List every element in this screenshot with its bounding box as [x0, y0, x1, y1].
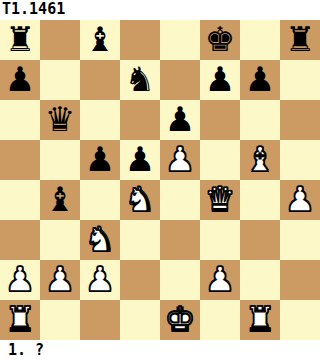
square-e3[interactable]: [160, 220, 200, 260]
square-a2[interactable]: ♟: [0, 260, 40, 300]
square-d4[interactable]: ♞: [120, 180, 160, 220]
black-pawn-piece: ♟: [165, 99, 195, 139]
square-e6[interactable]: ♟: [160, 100, 200, 140]
square-f5[interactable]: [200, 140, 240, 180]
black-queen-piece: ♛: [45, 99, 75, 139]
square-b6[interactable]: ♛: [40, 100, 80, 140]
square-a5[interactable]: [0, 140, 40, 180]
move-prompt: 1. ?: [0, 340, 320, 360]
black-king-piece: ♚: [205, 19, 235, 59]
square-e8[interactable]: [160, 20, 200, 60]
square-h3[interactable]: [280, 220, 320, 260]
square-f6[interactable]: [200, 100, 240, 140]
square-e2[interactable]: [160, 260, 200, 300]
white-pawn-piece: ♟: [85, 259, 115, 299]
white-king-piece: ♚: [165, 299, 195, 339]
square-h6[interactable]: [280, 100, 320, 140]
black-rook-piece: ♜: [5, 19, 35, 59]
white-knight-piece: ♞: [125, 179, 155, 219]
square-d8[interactable]: [120, 20, 160, 60]
square-g3[interactable]: [240, 220, 280, 260]
black-knight-piece: ♞: [125, 59, 155, 99]
square-c1[interactable]: [80, 300, 120, 340]
white-rook-piece: ♜: [5, 299, 35, 339]
square-c6[interactable]: [80, 100, 120, 140]
black-pawn-piece: ♟: [245, 59, 275, 99]
chess-board: ♜♝♚♜♟♞♟♟♛♟♟♟♟♝♝♞♛♟♞♟♟♟♟♜♚♜: [0, 20, 320, 340]
square-b8[interactable]: [40, 20, 80, 60]
square-f2[interactable]: ♟: [200, 260, 240, 300]
square-a7[interactable]: ♟: [0, 60, 40, 100]
square-c4[interactable]: [80, 180, 120, 220]
square-c3[interactable]: ♞: [80, 220, 120, 260]
square-d1[interactable]: [120, 300, 160, 340]
square-g5[interactable]: ♝: [240, 140, 280, 180]
square-a4[interactable]: [0, 180, 40, 220]
square-e4[interactable]: [160, 180, 200, 220]
white-pawn-piece: ♟: [285, 179, 315, 219]
square-g6[interactable]: [240, 100, 280, 140]
square-b1[interactable]: [40, 300, 80, 340]
square-g1[interactable]: ♜: [240, 300, 280, 340]
white-pawn-piece: ♟: [45, 259, 75, 299]
black-pawn-piece: ♟: [85, 139, 115, 179]
black-rook-piece: ♜: [285, 19, 315, 59]
white-pawn-piece: ♟: [5, 259, 35, 299]
puzzle-title: T1.1461: [0, 0, 320, 20]
square-h8[interactable]: ♜: [280, 20, 320, 60]
white-bishop-piece: ♝: [245, 139, 275, 179]
square-d6[interactable]: [120, 100, 160, 140]
square-b4[interactable]: ♝: [40, 180, 80, 220]
white-pawn-piece: ♟: [165, 139, 195, 179]
black-pawn-piece: ♟: [125, 139, 155, 179]
square-g2[interactable]: [240, 260, 280, 300]
black-bishop-piece: ♝: [45, 179, 75, 219]
square-a3[interactable]: [0, 220, 40, 260]
square-b2[interactable]: ♟: [40, 260, 80, 300]
square-d2[interactable]: [120, 260, 160, 300]
square-a8[interactable]: ♜: [0, 20, 40, 60]
square-f3[interactable]: [200, 220, 240, 260]
white-pawn-piece: ♟: [205, 259, 235, 299]
black-pawn-piece: ♟: [5, 59, 35, 99]
square-h5[interactable]: [280, 140, 320, 180]
white-rook-piece: ♜: [245, 299, 275, 339]
square-f8[interactable]: ♚: [200, 20, 240, 60]
square-b7[interactable]: [40, 60, 80, 100]
square-d3[interactable]: [120, 220, 160, 260]
square-f1[interactable]: [200, 300, 240, 340]
square-h1[interactable]: [280, 300, 320, 340]
square-g4[interactable]: [240, 180, 280, 220]
white-knight-piece: ♞: [85, 219, 115, 259]
square-c8[interactable]: ♝: [80, 20, 120, 60]
square-d5[interactable]: ♟: [120, 140, 160, 180]
square-d7[interactable]: ♞: [120, 60, 160, 100]
square-c7[interactable]: [80, 60, 120, 100]
square-b5[interactable]: [40, 140, 80, 180]
white-queen-piece: ♛: [205, 179, 235, 219]
square-h7[interactable]: [280, 60, 320, 100]
square-f4[interactable]: ♛: [200, 180, 240, 220]
square-c5[interactable]: ♟: [80, 140, 120, 180]
square-e1[interactable]: ♚: [160, 300, 200, 340]
square-a6[interactable]: [0, 100, 40, 140]
square-g8[interactable]: [240, 20, 280, 60]
square-e7[interactable]: [160, 60, 200, 100]
square-h2[interactable]: [280, 260, 320, 300]
square-a1[interactable]: ♜: [0, 300, 40, 340]
square-c2[interactable]: ♟: [80, 260, 120, 300]
square-b3[interactable]: [40, 220, 80, 260]
black-bishop-piece: ♝: [85, 19, 115, 59]
square-f7[interactable]: ♟: [200, 60, 240, 100]
square-e5[interactable]: ♟: [160, 140, 200, 180]
square-g7[interactable]: ♟: [240, 60, 280, 100]
square-h4[interactable]: ♟: [280, 180, 320, 220]
black-pawn-piece: ♟: [205, 59, 235, 99]
